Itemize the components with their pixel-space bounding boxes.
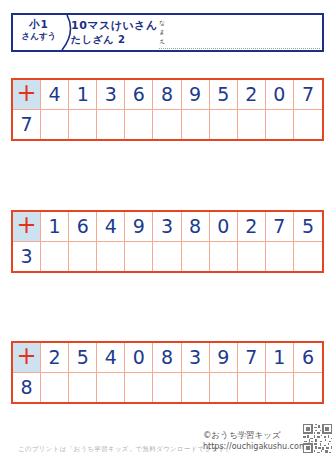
- grid-1-answer-cell-2[interactable]: [69, 110, 97, 140]
- grid-1-answer-cell-7[interactable]: [210, 110, 238, 140]
- grid-2-answer-cell-7[interactable]: [210, 242, 238, 272]
- grid-1-answer-cell-10[interactable]: [294, 110, 322, 140]
- grid-2-top-addend-10: 5: [294, 212, 322, 242]
- grid-3-top-addend-5: 8: [153, 343, 181, 373]
- grid-2-answer-cell-4[interactable]: [125, 242, 153, 272]
- footer-credit: ©おうち学習キッズ https://ouchigakushu.com/: [203, 430, 309, 452]
- title-line-1: 10マスけいさん: [71, 19, 158, 32]
- grid-2-answer-cell-6[interactable]: [182, 242, 210, 272]
- grid-1-top-addend-1: 4: [41, 80, 69, 110]
- grid-2-answer-cell-9[interactable]: [266, 242, 294, 272]
- grid-2-top-addend-2: 6: [69, 212, 97, 242]
- footer-note: このプリントは「おうち学習キッズ」で無料ダウンロードできます。: [18, 445, 232, 454]
- grid-2-operator-cell: +: [13, 212, 41, 242]
- site-url: https://ouchigakushu.com/: [203, 441, 309, 452]
- grid-1-top-addend-10: 7: [294, 80, 322, 110]
- grid-2-answer-cell-5[interactable]: [153, 242, 181, 272]
- grid-2-answer-cell-3[interactable]: [97, 242, 125, 272]
- name-entry-line[interactable]: [159, 48, 320, 49]
- grid-3-top-addend-7: 9: [210, 343, 238, 373]
- grid-2-top-addend-1: 1: [41, 212, 69, 242]
- grid-2-left-addend: 3: [13, 242, 41, 272]
- name-label-char: な: [159, 18, 323, 27]
- grid-3-operator-cell: +: [13, 343, 41, 373]
- grid-1-operator-cell: +: [13, 80, 41, 110]
- grid-3-top-addend-8: 7: [238, 343, 266, 373]
- grid-3-answer-cell-1[interactable]: [41, 373, 69, 403]
- grid-2-top-addend-8: 2: [238, 212, 266, 242]
- grid-2-answer-cell-2[interactable]: [69, 242, 97, 272]
- grid-1-left-addend: 7: [13, 110, 41, 140]
- grid-1-answer-cell-3[interactable]: [97, 110, 125, 140]
- grid-3-answer-cell-9[interactable]: [266, 373, 294, 403]
- grid-1-top-addend-7: 5: [210, 80, 238, 110]
- grid-1-top-addend-4: 6: [125, 80, 153, 110]
- grid-3-answer-cell-4[interactable]: [125, 373, 153, 403]
- grid-1-top-addend-5: 8: [153, 80, 181, 110]
- grid-1-top-addend-6: 9: [182, 80, 210, 110]
- grid-3-top-addend-4: 0: [125, 343, 153, 373]
- grid-3-top-addend-3: 4: [97, 343, 125, 373]
- grid-3-answer-cell-3[interactable]: [97, 373, 125, 403]
- addition-grid-1: +41368952077: [11, 78, 324, 141]
- grid-3-top-addend-10: 6: [294, 343, 322, 373]
- grid-1-answer-cell-5[interactable]: [153, 110, 181, 140]
- grid-3-answer-cell-8[interactable]: [238, 373, 266, 403]
- grid-2-top-addend-3: 4: [97, 212, 125, 242]
- grid-1-top-addend-8: 2: [238, 80, 266, 110]
- grid-2-top-addend-7: 0: [210, 212, 238, 242]
- grid-2-top-addend-5: 3: [153, 212, 181, 242]
- grid-2-top-addend-6: 8: [182, 212, 210, 242]
- grid-2-answer-cell-10[interactable]: [294, 242, 322, 272]
- grid-1-answer-cell-4[interactable]: [125, 110, 153, 140]
- grid-1-top-addend-2: 1: [69, 80, 97, 110]
- worksheet-header: 小1 さんすう 10マスけいさん たしざん 2 な ま え: [11, 13, 324, 52]
- grid-1-answer-cell-8[interactable]: [238, 110, 266, 140]
- grid-3-answer-cell-6[interactable]: [182, 373, 210, 403]
- grid-2-top-addend-4: 9: [125, 212, 153, 242]
- worksheet-title: 10マスけいさん たしざん 2: [71, 19, 158, 46]
- grid-3-top-addend-9: 1: [266, 343, 294, 373]
- name-label-char: ま: [159, 27, 323, 36]
- grid-1-top-addend-9: 0: [266, 80, 294, 110]
- addition-grid-2: +16493802753: [11, 210, 324, 273]
- copyright-text: ©おうち学習キッズ: [203, 430, 309, 441]
- name-label-char: え: [159, 36, 323, 45]
- grid-3-top-addend-2: 5: [69, 343, 97, 373]
- grid-3-answer-cell-2[interactable]: [69, 373, 97, 403]
- addition-grid-3: +25408397168: [11, 341, 324, 404]
- grid-1-answer-cell-6[interactable]: [182, 110, 210, 140]
- grid-2-answer-cell-8[interactable]: [238, 242, 266, 272]
- grid-3-left-addend: 8: [13, 373, 41, 403]
- grid-1-answer-cell-1[interactable]: [41, 110, 69, 140]
- title-line-2: たしざん 2: [71, 34, 158, 46]
- grid-3-answer-cell-7[interactable]: [210, 373, 238, 403]
- grid-2-answer-cell-1[interactable]: [41, 242, 69, 272]
- grid-1-top-addend-3: 3: [97, 80, 125, 110]
- grid-3-top-addend-6: 3: [182, 343, 210, 373]
- qr-code: [303, 424, 332, 453]
- grid-1-answer-cell-9[interactable]: [266, 110, 294, 140]
- grid-3-top-addend-1: 2: [41, 343, 69, 373]
- grid-3-answer-cell-10[interactable]: [294, 373, 322, 403]
- grid-2-top-addend-9: 7: [266, 212, 294, 242]
- name-field: な ま え: [159, 18, 323, 49]
- grid-3-answer-cell-5[interactable]: [153, 373, 181, 403]
